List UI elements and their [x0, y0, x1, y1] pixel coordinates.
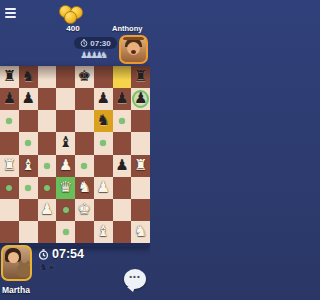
square-e4[interactable]: [75, 155, 94, 177]
square-f7[interactable]: ♟: [94, 88, 113, 110]
player-time: 07:54: [52, 247, 84, 261]
avatar-mouth: [131, 50, 136, 54]
square-a4[interactable]: ♜: [0, 155, 19, 177]
black-pawn[interactable]: ♟: [113, 88, 132, 110]
white-bishop[interactable]: ♝: [19, 155, 38, 177]
player-avatar[interactable]: [1, 245, 32, 281]
clock-icon: [80, 39, 88, 47]
square-e3[interactable]: ♞: [75, 177, 94, 199]
white-pawn[interactable]: ♟: [94, 177, 113, 199]
black-king[interactable]: ♚: [75, 66, 94, 88]
legal-move-dot[interactable]: [25, 185, 31, 191]
square-g1[interactable]: [113, 221, 132, 243]
opponent-clock: 07:30: [74, 37, 117, 49]
black-rook[interactable]: ♜: [131, 66, 150, 88]
opponent-name: Anthony: [112, 24, 150, 33]
black-rook[interactable]: ♜: [0, 66, 19, 88]
square-h3[interactable]: [131, 177, 150, 199]
square-e5[interactable]: [75, 132, 94, 154]
player-captured-tray: ♞♛: [39, 261, 89, 273]
legal-move-dot[interactable]: [44, 185, 50, 191]
opponent-time: 07:30: [90, 39, 110, 48]
legal-move-dot[interactable]: [63, 229, 69, 235]
black-pawn[interactable]: ♟: [94, 88, 113, 110]
square-h7[interactable]: ♟: [131, 88, 150, 110]
white-pawn[interactable]: ♟: [38, 199, 57, 221]
square-f4[interactable]: [94, 155, 113, 177]
square-c1[interactable]: [38, 221, 57, 243]
square-d3[interactable]: ♛: [56, 177, 75, 199]
white-knight[interactable]: ♞: [75, 177, 94, 199]
square-b1[interactable]: [19, 221, 38, 243]
square-f5[interactable]: [94, 132, 113, 154]
square-d4[interactable]: ♟: [56, 155, 75, 177]
square-g4[interactable]: ♟: [113, 155, 132, 177]
square-f6[interactable]: ♞: [94, 110, 113, 132]
square-b6[interactable]: [19, 110, 38, 132]
square-c5[interactable]: [38, 132, 57, 154]
square-e6[interactable]: [75, 110, 94, 132]
square-c3[interactable]: [38, 177, 57, 199]
square-b3[interactable]: [19, 177, 38, 199]
square-c4[interactable]: [38, 155, 57, 177]
square-e8[interactable]: ♚: [75, 66, 94, 88]
square-g7[interactable]: ♟: [113, 88, 132, 110]
legal-move-dot[interactable]: [6, 185, 12, 191]
square-c2[interactable]: ♟: [38, 199, 57, 221]
square-b5[interactable]: [19, 132, 38, 154]
square-d7[interactable]: [56, 88, 75, 110]
legal-move-dot[interactable]: [63, 207, 69, 213]
square-h6[interactable]: [131, 110, 150, 132]
square-b7[interactable]: ♟: [19, 88, 38, 110]
square-b8[interactable]: ♞: [19, 66, 38, 88]
avatar-hat: [123, 37, 144, 40]
white-pawn[interactable]: ♟: [56, 155, 75, 177]
square-a6[interactable]: [0, 110, 19, 132]
square-c8[interactable]: [38, 66, 57, 88]
square-e2[interactable]: ♚: [75, 199, 94, 221]
black-bishop[interactable]: ♝: [56, 132, 75, 154]
opponent-captured-tray: ♟♟♟♟♞: [80, 50, 120, 61]
legal-move-dot[interactable]: [6, 118, 12, 124]
square-g6[interactable]: [113, 110, 132, 132]
square-g3[interactable]: [113, 177, 132, 199]
square-c7[interactable]: [38, 88, 57, 110]
square-a2[interactable]: [0, 199, 19, 221]
chat-ellipsis-icon: •••: [124, 272, 146, 281]
square-b2[interactable]: [19, 199, 38, 221]
chess-board[interactable]: ♜♞♚♜♟♟♟♟♟♞♝♜♝♟♟♜♛♞♟♟♚♝♞: [0, 66, 150, 247]
white-queen[interactable]: ♛: [56, 177, 75, 199]
square-f3[interactable]: ♟: [94, 177, 113, 199]
square-d1[interactable]: [56, 221, 75, 243]
black-pawn[interactable]: ♟: [131, 88, 150, 110]
white-knight[interactable]: ♞: [131, 221, 150, 243]
square-c6[interactable]: [38, 110, 57, 132]
menu-icon[interactable]: [3, 6, 18, 20]
square-e1[interactable]: [75, 221, 94, 243]
coins-icon: [58, 5, 88, 23]
square-h8[interactable]: ♜: [131, 66, 150, 88]
square-f8[interactable]: [94, 66, 113, 88]
black-pawn[interactable]: ♟: [19, 88, 38, 110]
legal-move-dot[interactable]: [100, 140, 106, 146]
clock-icon: [38, 249, 49, 260]
square-e7[interactable]: [75, 88, 94, 110]
player-clock: 07:54: [38, 247, 84, 261]
square-h4[interactable]: ♜: [131, 155, 150, 177]
black-knight[interactable]: ♞: [94, 110, 113, 132]
square-g5[interactable]: [113, 132, 132, 154]
square-d2[interactable]: [56, 199, 75, 221]
legal-move-dot[interactable]: [119, 118, 125, 124]
black-pawn[interactable]: ♟: [113, 155, 132, 177]
white-rook[interactable]: ♜: [131, 155, 150, 177]
legal-move-dot[interactable]: [44, 163, 50, 169]
square-g8[interactable]: [113, 66, 132, 88]
square-f1[interactable]: ♝: [94, 221, 113, 243]
black-knight[interactable]: ♞: [19, 66, 38, 88]
legal-move-dot[interactable]: [81, 163, 87, 169]
legal-move-dot[interactable]: [25, 140, 31, 146]
square-h2[interactable]: [131, 199, 150, 221]
white-king[interactable]: ♚: [75, 199, 94, 221]
square-b4[interactable]: ♝: [19, 155, 38, 177]
square-a7[interactable]: ♟: [0, 88, 19, 110]
black-pawn[interactable]: ♟: [0, 88, 19, 110]
square-f2[interactable]: [94, 199, 113, 221]
cat-icon: [17, 263, 31, 277]
chat-button[interactable]: •••: [124, 269, 146, 289]
coin-balance: 400: [50, 24, 96, 33]
white-bishop[interactable]: ♝: [94, 221, 113, 243]
opponent-avatar[interactable]: [119, 35, 148, 64]
square-g2[interactable]: [113, 199, 132, 221]
square-a3[interactable]: [0, 177, 19, 199]
square-d5[interactable]: ♝: [56, 132, 75, 154]
square-d6[interactable]: [56, 110, 75, 132]
square-h1[interactable]: ♞: [131, 221, 150, 243]
square-a1[interactable]: [0, 221, 19, 243]
square-h5[interactable]: [131, 132, 150, 154]
square-a8[interactable]: ♜: [0, 66, 19, 88]
player-name: Martha: [2, 285, 62, 295]
square-a5[interactable]: [0, 132, 19, 154]
white-rook[interactable]: ♜: [0, 155, 19, 177]
square-d8[interactable]: [56, 66, 75, 88]
